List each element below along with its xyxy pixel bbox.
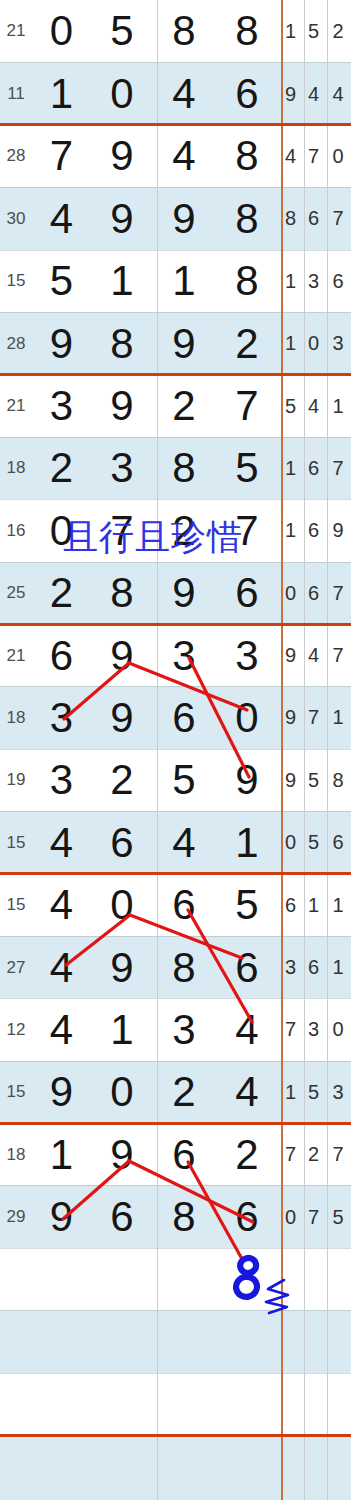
main-digit: 0 <box>215 687 279 748</box>
chart-row: 183960971 <box>0 686 351 748</box>
main-digit: 5 <box>91 0 153 62</box>
main-digit: 4 <box>215 1062 279 1123</box>
tail-digit: 1 <box>302 874 325 935</box>
main-digit <box>153 1311 215 1372</box>
tail-digit: 7 <box>302 687 325 748</box>
tail-digit: 3 <box>325 313 351 374</box>
main-digit: 2 <box>215 1124 279 1185</box>
main-digit <box>32 1249 91 1310</box>
group-separator-line <box>0 1434 351 1437</box>
main-digit: 8 <box>153 0 215 62</box>
main-digit: 9 <box>91 687 153 748</box>
main-digit <box>91 1249 153 1310</box>
main-digit <box>153 1249 215 1310</box>
main-digit: 6 <box>153 687 215 748</box>
tail-digit: 6 <box>325 251 351 312</box>
row-label: 28 <box>0 126 32 187</box>
tail-digit: 3 <box>302 999 325 1060</box>
main-digit: 8 <box>215 188 279 249</box>
tail-digit: 5 <box>302 812 325 873</box>
tail-digit: 0 <box>325 999 351 1060</box>
column-divider-line <box>157 0 158 1500</box>
chart-row <box>0 1248 351 1310</box>
tail-digit: 7 <box>325 188 351 249</box>
main-digit: 8 <box>153 937 215 998</box>
main-digit: 4 <box>32 812 91 873</box>
chart-row <box>0 1435 351 1500</box>
trend-chart[interactable]: 2105881521110469442879484703049988671551… <box>0 0 351 1500</box>
row-label: 12 <box>0 999 32 1060</box>
main-digit: 7 <box>215 375 279 436</box>
row-label: 15 <box>0 251 32 312</box>
main-digit: 6 <box>91 1186 153 1247</box>
main-digit <box>91 1311 153 1372</box>
chart-row: 182385167 <box>0 437 351 499</box>
chart-row: 111046944 <box>0 62 351 124</box>
main-digit: 1 <box>91 251 153 312</box>
row-label: 29 <box>0 1186 32 1247</box>
main-digit <box>215 1311 279 1372</box>
main-digit: 1 <box>153 251 215 312</box>
group-separator-line <box>0 623 351 626</box>
tail-digit: 2 <box>325 0 351 62</box>
main-digit: 3 <box>153 999 215 1060</box>
row-label: 18 <box>0 687 32 748</box>
main-digit: 0 <box>91 874 153 935</box>
tail-digit: 1 <box>325 874 351 935</box>
main-digit: 3 <box>32 375 91 436</box>
row-label: 15 <box>0 1062 32 1123</box>
main-digit <box>215 1436 279 1500</box>
main-digit: 6 <box>32 625 91 686</box>
tail-digit: 1 <box>325 937 351 998</box>
main-digit: 8 <box>215 251 279 312</box>
main-digit: 4 <box>153 63 215 124</box>
tail-digit <box>302 1311 325 1372</box>
main-digit: 6 <box>91 812 153 873</box>
chart-row: 154065611 <box>0 873 351 935</box>
main-digit <box>153 1436 215 1500</box>
chart-row: 193259958 <box>0 749 351 811</box>
chart-row: 304998867 <box>0 187 351 249</box>
row-label: 30 <box>0 188 32 249</box>
row-label: 18 <box>0 1124 32 1185</box>
chart-row: 155118136 <box>0 250 351 312</box>
main-digit: 2 <box>32 563 91 624</box>
main-digit <box>32 1436 91 1500</box>
main-digit: 9 <box>32 1186 91 1247</box>
main-digit: 4 <box>32 937 91 998</box>
main-digit: 8 <box>215 0 279 62</box>
main-digit: 4 <box>32 188 91 249</box>
row-label <box>0 1249 32 1310</box>
row-label <box>0 1436 32 1500</box>
tail-digit: 0 <box>302 313 325 374</box>
main-digit: 9 <box>91 625 153 686</box>
main-digit: 8 <box>91 563 153 624</box>
chart-row: 289892103 <box>0 312 351 374</box>
tail-digit: 3 <box>302 251 325 312</box>
tail-digit: 7 <box>302 126 325 187</box>
main-digit: 2 <box>153 375 215 436</box>
main-digit: 9 <box>91 375 153 436</box>
main-digit: 2 <box>91 750 153 811</box>
main-digit: 1 <box>32 1124 91 1185</box>
chart-row: 154641056 <box>0 811 351 873</box>
tail-digit: 4 <box>302 63 325 124</box>
chart-row <box>0 1373 351 1435</box>
tail-digit: 5 <box>325 1186 351 1247</box>
row-label: 15 <box>0 874 32 935</box>
main-digit <box>32 1374 91 1435</box>
main-digit <box>153 1374 215 1435</box>
main-digit: 9 <box>91 188 153 249</box>
main-digit: 9 <box>32 1062 91 1123</box>
row-label: 15 <box>0 812 32 873</box>
tail-digit: 0 <box>325 126 351 187</box>
chart-row: 159024153 <box>0 1061 351 1123</box>
row-label <box>0 1311 32 1372</box>
main-digit <box>215 1374 279 1435</box>
main-digit: 4 <box>32 874 91 935</box>
main-digit: 4 <box>153 126 215 187</box>
main-digit <box>91 1436 153 1500</box>
main-digit: 0 <box>32 0 91 62</box>
tail-digit: 3 <box>325 1062 351 1123</box>
main-digit: 1 <box>215 812 279 873</box>
tail-digit <box>325 1249 351 1310</box>
group-separator-line <box>0 1122 351 1125</box>
tail-digit <box>325 1436 351 1500</box>
main-digit: 6 <box>153 1124 215 1185</box>
tail-divider-line-2 <box>327 0 328 1500</box>
tail-digit: 6 <box>302 563 325 624</box>
tail-divider-line-1 <box>304 0 305 1500</box>
chart-row: 210588152 <box>0 0 351 62</box>
group-separator-line <box>0 123 351 126</box>
row-label: 27 <box>0 937 32 998</box>
main-digit: 0 <box>91 63 153 124</box>
row-label <box>0 1374 32 1435</box>
main-digit: 3 <box>91 438 153 499</box>
chart-row: 213927541 <box>0 374 351 436</box>
row-label: 21 <box>0 0 32 62</box>
row-label: 11 <box>0 63 32 124</box>
watermark-text: 且行且珍惜 <box>63 519 243 555</box>
main-digit: 2 <box>32 438 91 499</box>
tail-digit: 6 <box>302 188 325 249</box>
main-digit <box>215 1249 279 1310</box>
main-digit: 4 <box>215 999 279 1060</box>
main-digit: 1 <box>91 999 153 1060</box>
chart-row: 124134730 <box>0 998 351 1060</box>
row-label: 19 <box>0 750 32 811</box>
main-digit: 3 <box>32 750 91 811</box>
main-digit: 8 <box>153 1186 215 1247</box>
main-digit: 4 <box>153 812 215 873</box>
row-label: 25 <box>0 563 32 624</box>
main-digit: 2 <box>215 313 279 374</box>
main-digit: 8 <box>153 438 215 499</box>
main-digit: 6 <box>215 563 279 624</box>
tail-digit <box>302 1374 325 1435</box>
main-digit <box>32 1311 91 1372</box>
tail-digit: 5 <box>302 0 325 62</box>
main-digit: 3 <box>215 625 279 686</box>
tail-digit: 4 <box>325 63 351 124</box>
main-digit: 0 <box>91 1062 153 1123</box>
main-digit: 9 <box>32 313 91 374</box>
tail-digit: 7 <box>302 1186 325 1247</box>
tail-digit: 5 <box>302 1062 325 1123</box>
main-digit: 9 <box>153 188 215 249</box>
tail-digit <box>325 1374 351 1435</box>
tail-digit: 6 <box>302 937 325 998</box>
main-digit: 7 <box>32 126 91 187</box>
chart-row <box>0 1310 351 1372</box>
main-digit: 9 <box>91 937 153 998</box>
tail-digit: 8 <box>325 750 351 811</box>
tail-digit: 4 <box>302 375 325 436</box>
tail-digit <box>302 1249 325 1310</box>
main-digit: 3 <box>153 625 215 686</box>
main-digit: 8 <box>91 313 153 374</box>
chart-row: 274986361 <box>0 936 351 998</box>
row-label: 21 <box>0 375 32 436</box>
row-label: 21 <box>0 625 32 686</box>
tail-digit <box>325 1311 351 1372</box>
main-digit: 1 <box>32 63 91 124</box>
main-digit: 5 <box>215 874 279 935</box>
tail-digit: 7 <box>325 625 351 686</box>
group-separator-line <box>0 872 351 875</box>
tail-digit <box>302 1436 325 1500</box>
main-digit: 6 <box>153 874 215 935</box>
main-digit <box>91 1374 153 1435</box>
tail-digit: 6 <box>302 438 325 499</box>
main-digit: 9 <box>153 563 215 624</box>
tail-digit: 7 <box>325 1124 351 1185</box>
row-label: 18 <box>0 438 32 499</box>
chart-row: 299686075 <box>0 1185 351 1247</box>
tail-digit: 7 <box>325 438 351 499</box>
chart-row: 216933947 <box>0 624 351 686</box>
chart-row: 287948470 <box>0 125 351 187</box>
main-digit: 5 <box>215 438 279 499</box>
front-tail-divider-line <box>281 0 283 1500</box>
tail-digit: 1 <box>325 687 351 748</box>
tail-digit: 5 <box>302 750 325 811</box>
group-separator-line <box>0 373 351 376</box>
main-digit: 9 <box>91 126 153 187</box>
tail-digit: 6 <box>325 812 351 873</box>
tail-digit: 4 <box>302 625 325 686</box>
tail-digit: 7 <box>325 563 351 624</box>
tail-digit: 2 <box>302 1124 325 1185</box>
main-digit: 2 <box>153 1062 215 1123</box>
chart-row: 252896067 <box>0 562 351 624</box>
row-label: 16 <box>0 500 32 561</box>
rows: 2105881521110469442879484703049988671551… <box>0 0 351 1500</box>
main-digit: 6 <box>215 63 279 124</box>
main-digit: 8 <box>215 126 279 187</box>
main-digit: 9 <box>91 1124 153 1185</box>
chart-row: 181962727 <box>0 1123 351 1185</box>
main-digit: 9 <box>153 313 215 374</box>
tail-digit: 1 <box>325 375 351 436</box>
tail-digit: 6 <box>302 500 325 561</box>
main-digit: 4 <box>32 999 91 1060</box>
main-digit: 5 <box>32 251 91 312</box>
main-digit: 9 <box>215 750 279 811</box>
main-digit: 3 <box>32 687 91 748</box>
main-digit: 5 <box>153 750 215 811</box>
tail-digit: 9 <box>325 500 351 561</box>
main-digit: 6 <box>215 1186 279 1247</box>
main-digit: 6 <box>215 937 279 998</box>
row-label: 28 <box>0 313 32 374</box>
